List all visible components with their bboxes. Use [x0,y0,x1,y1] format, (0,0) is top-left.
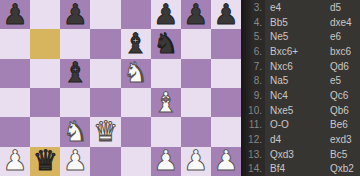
square-e7[interactable] [121,0,151,29]
move-row-8: 8.Na5e5 [241,73,360,88]
square-a2[interactable]: ♟ [0,147,30,176]
black-queen-b2: ♛ [33,147,58,176]
move-number: 14. [241,161,265,176]
black-pawn-f7: ♟ [153,0,178,29]
move-row-14: 14.Bf4Qxb2 [241,161,360,176]
square-c5[interactable]: ♝ [60,59,90,88]
square-d7[interactable] [90,0,120,29]
move-row-6: 6.Bxc6+bxc6 [241,44,360,59]
square-d5[interactable] [90,59,120,88]
move-row-13: 13.Qxd3Bc5 [241,147,360,162]
square-b7[interactable] [30,0,60,29]
move-number: 12. [241,132,265,147]
move-row-10: 10.Nxe5Qb6 [241,103,360,118]
square-a3[interactable] [0,117,30,146]
black-move-san[interactable]: Qb6 [329,103,360,118]
black-move-san[interactable]: Bc5 [329,147,360,162]
white-move-san[interactable]: Na5 [265,73,329,88]
move-number: 10. [241,103,265,118]
square-g2[interactable]: ♟ [181,147,211,176]
white-pawn-c2: ♟ [63,147,88,176]
black-move-san[interactable]: Qc6 [329,88,360,103]
square-f5[interactable] [151,59,181,88]
black-pawn-a7: ♟ [3,0,28,29]
square-d6[interactable] [90,29,120,58]
black-move-san[interactable]: exd3 [329,132,360,147]
black-bishop-e6: ♝ [123,29,148,58]
square-e4[interactable] [121,88,151,117]
black-move-san[interactable]: Qd6 [329,59,360,74]
move-list-panel: 3.e4d54.Bb5dxe45.Ne5e66.Bxc6+bxc67.Nxc6Q… [241,0,360,176]
square-e6[interactable]: ♝ [121,29,151,58]
white-move-san[interactable]: Nc4 [265,88,329,103]
square-g3[interactable] [181,117,211,146]
square-f6[interactable]: ♞ [151,29,181,58]
move-row-12: 12.d4exd3 [241,132,360,147]
white-move-san[interactable]: Bb5 [265,15,329,30]
black-pawn-g7: ♟ [183,0,208,29]
square-h5[interactable] [211,59,241,88]
move-row-11: 11.O-OBe6 [241,117,360,132]
square-f4[interactable]: ♝ [151,88,181,117]
square-a7[interactable]: ♟ [0,0,30,29]
black-move-san[interactable]: Qxb2 [329,161,360,176]
square-c4[interactable] [60,88,90,117]
move-row-3: 3.e4d5 [241,0,360,15]
square-b5[interactable] [30,59,60,88]
black-knight-f6: ♞ [153,29,178,58]
square-c6[interactable] [60,29,90,58]
white-pawn-h2: ♟ [213,147,238,176]
white-move-san[interactable]: Ne5 [265,29,329,44]
square-f3[interactable] [151,117,181,146]
square-e2[interactable] [121,147,151,176]
black-bishop-c5: ♝ [63,59,88,88]
black-pawn-c7: ♟ [63,0,88,29]
square-g5[interactable] [181,59,211,88]
black-pawn-h7: ♟ [213,0,238,29]
square-a4[interactable] [0,88,30,117]
square-g4[interactable] [181,88,211,117]
white-queen-d3: ♛ [93,117,118,146]
square-c7[interactable]: ♟ [60,0,90,29]
move-number: 8. [241,73,265,88]
square-d2[interactable] [90,147,120,176]
white-move-san[interactable]: d4 [265,132,329,147]
square-h6[interactable] [211,29,241,58]
white-move-san[interactable]: e4 [265,0,329,15]
move-row-7: 7.Nxc6Qd6 [241,59,360,74]
move-number: 9. [241,88,265,103]
black-move-san[interactable]: e6 [329,29,360,44]
black-move-san[interactable]: dxe4 [329,15,360,30]
square-c2[interactable]: ♟ [60,147,90,176]
square-e5[interactable]: ♞ [121,59,151,88]
chess-app: ♟♟♟♟♟♝♞♝♞♝♞♛♟♛♟♟♟♟ 3.e4d54.Bb5dxe45.Ne5e… [0,0,360,176]
move-number: 11. [241,117,265,132]
black-move-san[interactable]: bxc6 [329,44,360,59]
square-a5[interactable] [0,59,30,88]
move-row-4: 4.Bb5dxe4 [241,15,360,30]
square-e3[interactable] [121,117,151,146]
black-move-san[interactable]: d5 [329,0,360,15]
move-number: 3. [241,0,265,15]
move-number: 13. [241,147,265,162]
white-pawn-g2: ♟ [183,147,208,176]
move-row-5: 5.Ne5e6 [241,29,360,44]
square-d3[interactable]: ♛ [90,117,120,146]
square-b3[interactable] [30,117,60,146]
square-b6[interactable] [30,29,60,58]
move-number: 5. [241,29,265,44]
white-move-san[interactable]: Nxe5 [265,103,329,118]
square-g7[interactable]: ♟ [181,0,211,29]
square-h7[interactable]: ♟ [211,0,241,29]
white-move-san[interactable]: Bxc6+ [265,44,329,59]
move-row-9: 9.Nc4Qc6 [241,88,360,103]
white-move-san[interactable]: O-O [265,117,329,132]
move-number: 7. [241,59,265,74]
square-d4[interactable] [90,88,120,117]
chess-board: ♟♟♟♟♟♝♞♝♞♝♞♛♟♛♟♟♟♟ [0,0,241,176]
move-number: 4. [241,15,265,30]
white-pawn-f2: ♟ [153,147,178,176]
square-h3[interactable] [211,117,241,146]
white-move-san[interactable]: Bf4 [265,161,329,176]
square-g6[interactable] [181,29,211,58]
square-a6[interactable] [0,29,30,58]
square-f7[interactable]: ♟ [151,0,181,29]
white-knight-c3: ♞ [63,117,88,146]
white-knight-e5: ♞ [123,59,148,88]
white-move-san[interactable]: Nxc6 [265,59,329,74]
square-b2[interactable]: ♛ [30,147,60,176]
white-pawn-a2: ♟ [3,147,28,176]
square-h2[interactable]: ♟ [211,147,241,176]
move-list: 3.e4d54.Bb5dxe45.Ne5e66.Bxc6+bxc67.Nxc6Q… [241,0,360,176]
square-b4[interactable] [30,88,60,117]
black-move-san[interactable]: Be6 [329,117,360,132]
move-number: 6. [241,44,265,59]
black-move-san[interactable]: e5 [329,73,360,88]
white-move-san[interactable]: Qxd3 [265,147,329,162]
white-bishop-f4: ♝ [153,88,178,117]
square-c3[interactable]: ♞ [60,117,90,146]
square-h4[interactable] [211,88,241,117]
square-f2[interactable]: ♟ [151,147,181,176]
